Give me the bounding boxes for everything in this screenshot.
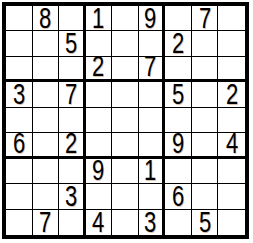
sudoku-board-wrap: 819752273752629491367435 [0, 0, 253, 243]
sudoku-cell[interactable] [33, 31, 60, 56]
sudoku-cell[interactable]: 1 [86, 6, 113, 31]
sudoku-cell[interactable] [33, 159, 60, 184]
sudoku-cell[interactable]: 9 [86, 159, 113, 184]
sudoku-cell[interactable] [6, 108, 33, 133]
sudoku-cell[interactable] [86, 133, 113, 158]
sudoku-cell[interactable] [192, 184, 219, 209]
sudoku-cell[interactable] [218, 184, 245, 209]
sudoku-cell[interactable] [6, 159, 33, 184]
given-digit: 3 [13, 82, 25, 106]
sudoku-cell[interactable] [112, 31, 139, 56]
given-digit: 5 [65, 31, 77, 55]
sudoku-cell[interactable] [192, 159, 219, 184]
sudoku-cell[interactable] [218, 6, 245, 31]
given-digit: 1 [144, 159, 156, 183]
sudoku-cell[interactable]: 4 [86, 210, 113, 235]
sudoku-cell[interactable]: 5 [59, 31, 86, 56]
given-digit: 5 [172, 82, 184, 106]
sudoku-cell[interactable] [218, 210, 245, 235]
sudoku-cell[interactable] [33, 57, 60, 82]
sudoku-board: 819752273752629491367435 [2, 2, 249, 239]
sudoku-cell[interactable] [6, 210, 33, 235]
given-digit: 5 [199, 210, 211, 235]
sudoku-cell[interactable] [33, 108, 60, 133]
sudoku-cell[interactable]: 5 [165, 82, 192, 107]
sudoku-cell[interactable]: 3 [59, 184, 86, 209]
sudoku-cell[interactable] [59, 57, 86, 82]
sudoku-cell[interactable]: 1 [139, 159, 166, 184]
sudoku-cell[interactable] [192, 108, 219, 133]
sudoku-cell[interactable]: 8 [33, 6, 60, 31]
sudoku-cell[interactable]: 3 [6, 82, 33, 107]
sudoku-cell[interactable]: 9 [139, 6, 166, 31]
given-digit: 7 [199, 6, 211, 30]
sudoku-cell[interactable] [59, 108, 86, 133]
sudoku-cell[interactable] [112, 133, 139, 158]
given-digit: 2 [92, 57, 104, 79]
given-digit: 2 [65, 133, 77, 155]
sudoku-cell[interactable]: 6 [165, 184, 192, 209]
sudoku-cell[interactable] [59, 210, 86, 235]
given-digit: 9 [144, 6, 156, 30]
given-digit: 6 [13, 133, 25, 155]
sudoku-cell[interactable] [139, 184, 166, 209]
sudoku-cell[interactable]: 7 [33, 210, 60, 235]
sudoku-cell[interactable] [218, 31, 245, 56]
sudoku-cell[interactable] [192, 31, 219, 56]
sudoku-cell[interactable] [86, 108, 113, 133]
sudoku-cell[interactable]: 7 [59, 82, 86, 107]
given-digit: 3 [144, 210, 156, 235]
sudoku-cell[interactable] [218, 108, 245, 133]
sudoku-cell[interactable] [165, 159, 192, 184]
sudoku-cell[interactable] [112, 57, 139, 82]
given-digit: 3 [65, 184, 77, 208]
sudoku-cell[interactable] [112, 159, 139, 184]
sudoku-cell[interactable]: 2 [86, 57, 113, 82]
sudoku-cell[interactable] [165, 6, 192, 31]
sudoku-cell[interactable] [192, 133, 219, 158]
given-digit: 7 [39, 210, 51, 235]
given-digit: 8 [39, 6, 51, 30]
sudoku-cell[interactable]: 4 [218, 133, 245, 158]
sudoku-cell[interactable] [86, 82, 113, 107]
sudoku-cell[interactable]: 2 [59, 133, 86, 158]
sudoku-cell[interactable] [112, 210, 139, 235]
given-digit: 2 [172, 31, 184, 55]
sudoku-cell[interactable] [6, 184, 33, 209]
sudoku-cell[interactable] [86, 31, 113, 56]
sudoku-cell[interactable] [218, 57, 245, 82]
sudoku-cell[interactable] [33, 184, 60, 209]
given-digit: 6 [172, 184, 184, 208]
sudoku-cell[interactable]: 6 [6, 133, 33, 158]
sudoku-cell[interactable] [59, 159, 86, 184]
sudoku-cell[interactable]: 7 [139, 57, 166, 82]
sudoku-cell[interactable] [218, 159, 245, 184]
sudoku-cell[interactable] [59, 6, 86, 31]
sudoku-cell[interactable] [33, 133, 60, 158]
sudoku-cell[interactable] [192, 57, 219, 82]
given-digit: 7 [144, 57, 156, 79]
given-digit: 1 [92, 6, 104, 30]
sudoku-cell[interactable]: 9 [165, 133, 192, 158]
sudoku-cell[interactable] [165, 210, 192, 235]
sudoku-cell[interactable] [112, 108, 139, 133]
given-digit: 7 [65, 82, 77, 106]
sudoku-cell[interactable]: 7 [192, 6, 219, 31]
sudoku-cell[interactable] [192, 82, 219, 107]
sudoku-cell[interactable] [139, 31, 166, 56]
sudoku-cell[interactable]: 3 [139, 210, 166, 235]
sudoku-cell[interactable] [33, 82, 60, 107]
sudoku-cell[interactable] [165, 108, 192, 133]
given-digit: 4 [226, 133, 238, 155]
sudoku-cell[interactable] [6, 6, 33, 31]
sudoku-cell[interactable]: 2 [165, 31, 192, 56]
sudoku-cell[interactable] [139, 82, 166, 107]
sudoku-cell[interactable] [112, 184, 139, 209]
sudoku-cell[interactable] [139, 108, 166, 133]
sudoku-cell[interactable]: 5 [192, 210, 219, 235]
given-digit: 9 [92, 159, 104, 183]
sudoku-cell[interactable] [165, 57, 192, 82]
sudoku-cell[interactable] [6, 57, 33, 82]
sudoku-cell[interactable] [6, 31, 33, 56]
sudoku-cell[interactable] [112, 6, 139, 31]
sudoku-cell[interactable]: 2 [218, 82, 245, 107]
given-digit: 9 [172, 133, 184, 155]
sudoku-cell[interactable] [139, 133, 166, 158]
sudoku-cell[interactable] [112, 82, 139, 107]
sudoku-cell[interactable] [86, 184, 113, 209]
given-digit: 2 [226, 82, 238, 106]
given-digit: 4 [92, 210, 104, 235]
